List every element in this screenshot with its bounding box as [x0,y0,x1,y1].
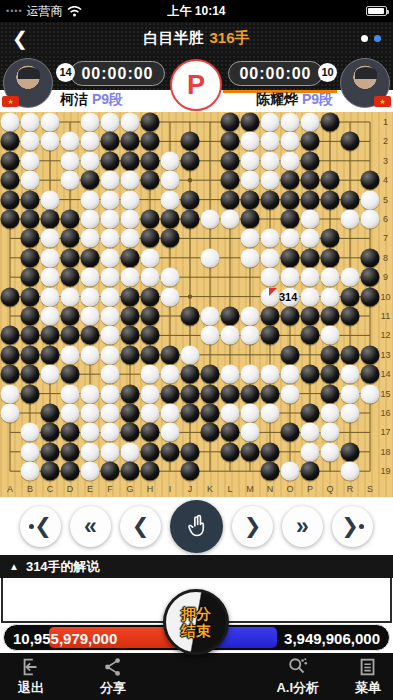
white-stone [261,171,280,190]
page-dot [361,35,368,42]
black-player-name: 柯洁P9段 [60,91,123,109]
white-stone [241,423,260,442]
white-stone [21,171,40,190]
white-stone [361,190,380,209]
white-stone [161,171,180,190]
white-stone [241,326,260,345]
black-stone [281,190,300,209]
nav-back-button[interactable]: ❮ [120,506,161,547]
black-stone [141,229,160,248]
black-stone [341,190,360,209]
black-stone [341,307,360,326]
white-stone [121,210,140,229]
white-stone [221,365,240,384]
black-stone [41,345,60,364]
white-stone [161,287,180,306]
black-stone [361,345,380,364]
white-captures-badge: 10 [318,63,337,82]
black-stone [181,384,200,403]
result-label: 白目半胜 [143,29,203,46]
white-stone [201,248,220,267]
black-stone [321,248,340,267]
black-stone [101,151,120,170]
row-coordinate: 2 [378,136,393,146]
black-stone [61,248,80,267]
row-coordinate: 5 [378,195,393,205]
black-stone [181,404,200,423]
china-flag-icon: ★ [374,96,391,107]
black-stone [301,404,320,423]
black-stone [361,365,380,384]
white-stone [261,365,280,384]
row-coordinate: 3 [378,156,393,166]
black-stone [321,190,340,209]
column-coordinate: C [40,484,60,497]
black-stone [321,113,340,132]
white-stone [301,268,320,287]
battery-icon [366,6,387,16]
black-stone [41,326,60,345]
white-stone [101,171,120,190]
black-stone [201,384,220,403]
last-move-number: 314 [279,291,297,303]
black-stone [21,210,40,229]
white-stone [341,210,360,229]
white-stone [41,307,60,326]
column-coordinate: P [300,484,320,497]
black-stone [161,210,180,229]
white-stone [81,462,100,481]
black-stone [1,287,20,306]
white-stone [81,442,100,461]
black-stone [61,307,80,326]
black-stone [221,113,240,132]
black-stone [21,326,40,345]
betting-section: 10,955,979,000 3,949,906,000 押分 结束 [0,623,393,653]
black-stone [241,210,260,229]
white-stone [301,113,320,132]
black-stone [161,384,180,403]
row-coordinate: 11 [378,311,393,321]
black-stone [181,210,200,229]
white-stone [81,113,100,132]
column-coordinate: B [20,484,40,497]
white-stone [261,132,280,151]
white-stone [301,442,320,461]
white-stone [121,113,140,132]
white-stone [341,404,360,423]
white-stone [221,210,240,229]
white-stone [361,384,380,403]
black-stone [121,345,140,364]
white-stone [21,462,40,481]
white-stone [61,345,80,364]
white-stone [261,404,280,423]
black-stone [21,384,40,403]
share-icon [102,656,124,678]
black-stone [41,442,60,461]
white-stone [61,287,80,306]
black-stone [41,210,60,229]
white-stone [201,210,220,229]
black-stone [121,462,140,481]
white-stone [141,404,160,423]
white-stone [181,345,200,364]
white-stone [121,229,140,248]
move-navigation: ❮ « ❮ ❯ » ❯ [0,497,393,555]
black-stone [141,210,160,229]
black-stone [61,462,80,481]
black-stone [61,442,80,461]
menu-label: 菜单 [355,679,381,697]
black-stone [161,229,180,248]
last-move-marker [269,288,277,296]
white-stone [341,462,360,481]
black-stone [321,171,340,190]
white-stone [141,384,160,403]
white-stone [161,365,180,384]
black-stone [281,210,300,229]
white-stone [81,229,100,248]
black-stone [21,248,40,267]
black-name-text: 柯洁 [60,91,88,107]
white-stone [41,113,60,132]
nav-first-button[interactable]: ❮ [20,506,61,547]
black-stone [121,287,140,306]
black-stone [361,248,380,267]
column-coordinates: ABCDEFGHIJKLMNOPQRS [0,484,380,497]
white-rank-text: P9段 [302,91,333,107]
black-stone [261,384,280,403]
page-dot-active [374,35,381,42]
white-stone [81,345,100,364]
pass-button[interactable]: P [170,59,222,111]
row-coordinate: 10 [378,292,393,302]
black-stone [301,132,320,151]
white-stone [101,210,120,229]
page-indicator [361,35,393,42]
white-stone [81,132,100,151]
black-stone [241,442,260,461]
white-stone [221,404,240,423]
black-timer: 00:00:00 [70,61,165,86]
row-coordinate: 4 [378,175,393,185]
black-stone [281,345,300,364]
white-name-text: 陈耀烨 [256,91,298,107]
black-stone [261,462,280,481]
white-stone [41,248,60,267]
black-stone [21,287,40,306]
black-stone [141,113,160,132]
black-stone [241,113,260,132]
clock-label: 上午 10:14 [0,3,393,20]
black-rank-text: P9段 [92,91,123,107]
white-stone [81,307,100,326]
column-coordinate: M [240,484,260,497]
white-stone [321,404,340,423]
white-stone [161,423,180,442]
exit-button[interactable]: 退出 [18,656,44,697]
player-bar: ★ 14 00:00:00 P 00:00:00 10 ★ 柯洁P9段 陈耀烨P… [0,55,393,112]
white-stone [141,268,160,287]
white-stone [101,248,120,267]
menu-icon [357,656,379,678]
column-coordinate: A [0,484,20,497]
black-stone [21,190,40,209]
white-stone [81,384,100,403]
black-stone [181,307,200,326]
black-stone [281,171,300,190]
white-stone [21,132,40,151]
column-coordinate: N [260,484,280,497]
black-stone [261,190,280,209]
black-stone [361,268,380,287]
black-stone [221,151,240,170]
black-stone [101,462,120,481]
white-player-name: 陈耀烨P9段 [256,91,333,109]
white-stone [81,287,100,306]
white-stone [101,229,120,248]
black-stone [161,345,180,364]
black-stone [321,229,340,248]
black-stone [81,326,100,345]
black-stone [81,171,100,190]
ai-analysis-button[interactable]: A.I分析 [276,656,319,697]
white-stone [321,442,340,461]
white-stone [101,307,120,326]
black-stone [321,307,340,326]
white-stone [1,384,20,403]
white-stone [101,384,120,403]
black-stone [361,287,380,306]
white-stone [201,307,220,326]
white-stone [41,365,60,384]
black-stone [261,326,280,345]
bet-end-button[interactable]: 押分 结束 [163,589,229,655]
black-stone [21,345,40,364]
white-stone [1,113,20,132]
black-stone [1,345,20,364]
black-stone [261,442,280,461]
column-coordinate: Q [320,484,340,497]
white-stone [241,404,260,423]
row-coordinate: 16 [378,408,393,418]
white-stone [21,151,40,170]
black-stone [141,171,160,190]
column-coordinate: E [80,484,100,497]
share-button[interactable]: 分享 [100,656,126,697]
black-stone [301,248,320,267]
column-coordinate: K [200,484,220,497]
commentary-header[interactable]: ▲ 314手的解说 [0,555,393,578]
black-stone [341,287,360,306]
row-coordinate: 9 [378,272,393,282]
white-stone [161,268,180,287]
white-stone [241,248,260,267]
black-captures-badge: 14 [56,63,75,82]
black-stone [101,132,120,151]
nav-fast-back-button[interactable]: « [70,506,111,547]
column-coordinate: S [360,484,380,497]
column-coordinate: H [140,484,160,497]
black-stone [1,171,20,190]
black-stone [1,326,20,345]
black-stone [201,404,220,423]
white-stone [21,423,40,442]
black-stone [161,442,180,461]
black-stone [181,462,200,481]
exit-label: 退出 [18,679,44,697]
bottom-toolbar: 退出 分享 A.I分析 菜单 [0,653,393,700]
white-stone [241,132,260,151]
nav-last-button[interactable]: ❯ [332,506,373,547]
black-stone [1,190,20,209]
exit-icon [20,656,42,678]
black-stone [281,307,300,326]
white-stone [41,190,60,209]
black-stone [361,171,380,190]
black-stone [241,384,260,403]
black-stone [21,365,40,384]
go-board[interactable]: 314 12345678910111213141516171819 ABCDEF… [0,112,393,497]
white-stone [281,229,300,248]
end-label: 结束 [181,622,211,639]
white-stone [281,113,300,132]
black-stone [141,423,160,442]
white-stone [261,113,280,132]
black-stone [141,151,160,170]
white-stone [301,287,320,306]
black-stone [301,365,320,384]
column-coordinate: O [280,484,300,497]
nav-forward-button[interactable]: ❯ [232,506,273,547]
white-stone [81,268,100,287]
black-stone [261,307,280,326]
nav-hand-button[interactable] [170,500,223,553]
menu-button[interactable]: 菜单 [355,656,381,697]
white-stone [61,384,80,403]
black-stone [341,345,360,364]
black-stone [21,229,40,248]
white-stone [241,171,260,190]
black-stone [121,151,140,170]
white-stone [81,190,100,209]
black-stone [41,423,60,442]
white-timer: 00:00:00 [228,61,323,86]
white-stone [101,365,120,384]
black-stone [221,171,240,190]
black-stone [301,171,320,190]
white-stone [101,423,120,442]
black-stone [121,248,140,267]
commentary-title: 314手的解说 [26,558,100,576]
white-stone [141,365,160,384]
black-stone [21,307,40,326]
white-stone [201,326,220,345]
white-stone [281,462,300,481]
move-count-label: 316手 [209,29,249,46]
black-stone [61,268,80,287]
white-stone [281,384,300,403]
black-stone [141,345,160,364]
black-stone [301,462,320,481]
white-stone [41,132,60,151]
white-stone [81,151,100,170]
black-stone [121,326,140,345]
row-coordinate: 1 [378,117,393,127]
white-stone [361,210,380,229]
black-stone [301,307,320,326]
bet-label: 押分 [181,605,211,622]
white-stone [101,345,120,364]
black-stone [1,365,20,384]
black-stone [41,462,60,481]
white-stone [81,423,100,442]
nav-fast-forward-button[interactable]: » [282,506,323,547]
go-app: •••• 运营商 上午 10:14 ❮ 白目半胜316手 ★ 14 00:00:… [0,0,393,700]
white-stone [241,151,260,170]
column-coordinate: G [120,484,140,497]
white-stone [101,268,120,287]
row-coordinate: 15 [378,389,393,399]
black-stone [121,384,140,403]
header: ❮ 白目半胜316手 [0,22,393,55]
black-stone [301,190,320,209]
black-stone [61,229,80,248]
black-stone [61,423,80,442]
black-stone [1,151,20,170]
white-stone [141,248,160,267]
black-stone [221,442,240,461]
black-stone [1,210,20,229]
white-stone [61,171,80,190]
white-stone [121,268,140,287]
black-stone [281,423,300,442]
black-stone [341,442,360,461]
black-stone [181,442,200,461]
black-stone [61,210,80,229]
column-coordinate: I [160,484,180,497]
black-stone [341,132,360,151]
white-stone [241,307,260,326]
black-stone [321,384,340,403]
black-stone [181,190,200,209]
white-stone [281,151,300,170]
black-stone [141,307,160,326]
black-bet-total: 10,955,979,000 [13,625,117,651]
black-stone [81,248,100,267]
white-stone [261,229,280,248]
row-coordinate: 7 [378,233,393,243]
white-stone [21,442,40,461]
white-stone [301,210,320,229]
white-stone [301,229,320,248]
black-stone [221,384,240,403]
white-stone [341,365,360,384]
white-stone [41,229,60,248]
black-stone [301,326,320,345]
white-stone [101,287,120,306]
status-bar: •••• 运营商 上午 10:14 [0,0,393,22]
column-coordinate: R [340,484,360,497]
white-bet-total: 3,949,906,000 [284,625,380,651]
black-stone [121,132,140,151]
white-stone [281,132,300,151]
black-stone [121,423,140,442]
white-stone [61,404,80,423]
white-stone [321,423,340,442]
black-stone [121,307,140,326]
